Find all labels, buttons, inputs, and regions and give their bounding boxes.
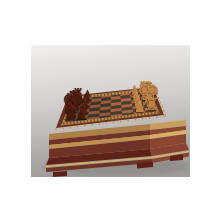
product-photo-stage: ♜♟♞♟♝♟♟♜♛♟♟♞♚♟♟♝♝♟♟♛♞♟♟♜♚♟♟♝♟♞♟♜ bbox=[0, 0, 220, 220]
chess-set-illustration bbox=[31, 45, 190, 177]
foot-left bbox=[53, 171, 67, 177]
photo-background bbox=[31, 45, 190, 177]
